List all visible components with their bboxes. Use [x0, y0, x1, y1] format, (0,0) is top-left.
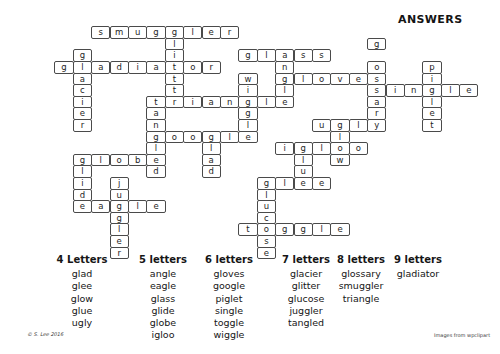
word-item-glee: glee — [37, 280, 127, 292]
word-item-wiggle: wiggle — [184, 329, 274, 341]
word-item-gladiator: gladiator — [373, 268, 463, 280]
word-list-header: 9 letters — [373, 254, 463, 266]
answer-sheet: ANSWERS smugglerlggiglassgladiatornopatw… — [0, 0, 500, 354]
word-item-glad: glad — [37, 268, 127, 280]
word-lists: 4 Lettersgladgleeglowglueugly5 lettersan… — [0, 0, 500, 354]
word-item-ugly: ugly — [37, 317, 127, 329]
word-list-header: 4 Letters — [37, 254, 127, 266]
word-item-tangled: tangled — [261, 317, 351, 329]
word-item-triangle: triangle — [316, 293, 406, 305]
image-credit-text: Images from wpclipart — [434, 332, 490, 338]
word-item-glue: glue — [37, 305, 127, 317]
word-list-4-letters: 4 Lettersgladgleeglowglueugly — [37, 254, 127, 329]
copyright-text: © S. Lee 2016 — [27, 331, 63, 337]
word-item-smuggler: smuggler — [316, 280, 406, 292]
word-list-9-letters: 9 lettersgladiator — [373, 254, 463, 280]
word-item-juggler: juggler — [261, 305, 351, 317]
word-item-glow: glow — [37, 293, 127, 305]
